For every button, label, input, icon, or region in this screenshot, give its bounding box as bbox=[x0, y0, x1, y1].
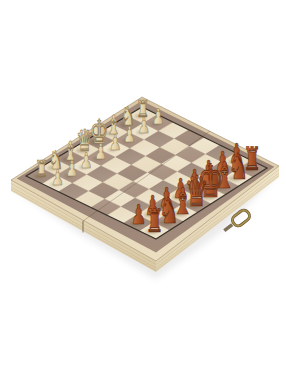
piece-white-pawn: ♟ bbox=[138, 113, 150, 138]
piece-white-rook: ♜ bbox=[35, 156, 48, 183]
piece-white-pawn: ♟ bbox=[66, 156, 78, 181]
piece-brown-rook: ♜ bbox=[146, 202, 164, 239]
piece-white-pawn: ♟ bbox=[123, 121, 135, 146]
chessboard: ♜♟♞♟♝♟♚♟♛♟♝♟♟♞♜♟♟♜♞♟♟♝♟♚♟♛♟♝♟♞♟♜ bbox=[0, 0, 286, 370]
piece-white-pawn: ♟ bbox=[109, 130, 121, 155]
piece-white-pawn: ♟ bbox=[80, 147, 92, 172]
piece-white-pawn: ♟ bbox=[51, 165, 63, 190]
piece-white-pawn: ♟ bbox=[95, 139, 107, 164]
piece-brown-pawn: ♟ bbox=[131, 199, 147, 230]
piece-white-pawn: ♟ bbox=[152, 104, 164, 129]
product-photo-chess-set: ♜♟♞♟♝♟♚♟♛♟♝♟♟♞♜♟♟♜♞♟♟♝♟♚♟♛♟♝♟♞♟♜ bbox=[0, 0, 286, 370]
